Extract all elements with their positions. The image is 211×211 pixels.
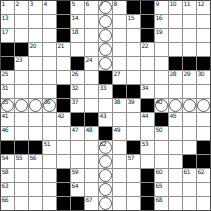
cell-r12c1[interactable]: 54 [1, 155, 14, 168]
clue-number: 17 [2, 29, 9, 35]
clue-number: 33 [100, 85, 107, 91]
cell-r3c15[interactable] [197, 29, 210, 42]
circle-marker [99, 183, 112, 196]
cell-r1c9[interactable]: 8 [113, 1, 126, 14]
cell-r7c6[interactable]: 32 [71, 85, 84, 98]
cell-r10c14[interactable] [183, 127, 196, 140]
cell-r2c2[interactable] [15, 15, 28, 28]
cell-r4c4[interactable] [43, 43, 56, 56]
cell-r10c15[interactable] [197, 127, 210, 140]
cell-r4c1 [1, 43, 14, 56]
clue-number: 4 [44, 1, 47, 7]
cell-r9c5[interactable]: 42 [57, 113, 70, 126]
cell-r2c12[interactable]: 16 [155, 15, 168, 28]
cell-r5c8[interactable] [99, 57, 112, 70]
cell-r11c14[interactable] [183, 141, 196, 154]
cell-r2c9[interactable] [113, 15, 126, 28]
cell-r4c5[interactable]: 21 [57, 43, 70, 56]
cell-r11c11[interactable]: 53 [141, 141, 154, 154]
cell-r15c11 [141, 197, 154, 210]
cell-r13c4[interactable] [43, 169, 56, 182]
clue-number: 20 [30, 43, 37, 49]
cell-r13c1[interactable]: 58 [1, 169, 14, 182]
cell-r15c15[interactable] [197, 197, 210, 210]
cell-r10c8 [99, 127, 112, 140]
cell-r9c9[interactable] [113, 113, 126, 126]
cell-r1c13[interactable]: 10 [169, 1, 182, 14]
cell-r2c8[interactable] [99, 15, 112, 28]
clue-number: 13 [2, 15, 9, 21]
clue-number: 50 [156, 127, 163, 133]
cell-r2c3[interactable] [29, 15, 42, 28]
cell-r12c14 [183, 155, 196, 168]
cell-r12c9[interactable] [113, 155, 126, 168]
cell-r6c11[interactable] [141, 71, 154, 84]
cell-r14c6[interactable]: 64 [71, 183, 84, 196]
cell-r5c6 [71, 57, 84, 70]
cell-r9c8[interactable]: 43 [99, 113, 112, 126]
cell-r11c1 [1, 141, 14, 154]
cell-r6c13[interactable]: 28 [169, 71, 182, 84]
circle-marker [183, 99, 196, 112]
clue-number: 58 [2, 169, 9, 175]
cell-r11c7[interactable] [85, 141, 98, 154]
cell-r6c10[interactable] [127, 71, 140, 84]
cell-r2c4[interactable] [43, 15, 56, 28]
clue-number: 63 [2, 183, 9, 189]
cell-r5c4[interactable] [43, 57, 56, 70]
cell-r9c11[interactable]: 44 [141, 113, 154, 126]
cell-r5c12[interactable] [155, 57, 168, 70]
cell-r9c14[interactable] [183, 113, 196, 126]
cell-r8c5 [57, 99, 70, 112]
cell-r8c8[interactable] [99, 99, 112, 112]
cell-r1c8[interactable]: 7 [99, 1, 112, 14]
cell-r6c1[interactable]: 25 [1, 71, 14, 84]
cell-r13c10[interactable] [127, 169, 140, 182]
clue-number: 48 [86, 127, 93, 133]
clue-number: 51 [44, 141, 51, 147]
cell-r9c3[interactable] [29, 113, 42, 126]
cell-r14c5 [57, 183, 70, 196]
clue-number: 68 [156, 197, 163, 203]
cell-r8c12[interactable]: 40 [155, 99, 168, 112]
circle-marker [29, 99, 42, 112]
cell-r11c3 [29, 141, 42, 154]
cell-r14c13[interactable] [169, 183, 182, 196]
cell-r13c7[interactable] [85, 169, 98, 182]
cell-r10c11[interactable] [141, 127, 154, 140]
cell-r5c14 [183, 57, 196, 70]
clue-number: 53 [142, 141, 149, 147]
cell-r6c7[interactable] [85, 71, 98, 84]
cell-r1c2[interactable]: 2 [15, 1, 28, 14]
cell-r4c8[interactable] [99, 43, 112, 56]
clue-number: 31 [2, 85, 9, 91]
cell-r7c9 [113, 85, 126, 98]
cell-r4c2 [15, 43, 28, 56]
cell-r10c2[interactable] [15, 127, 28, 140]
cell-r7c2[interactable] [15, 85, 28, 98]
crossword-grid: 1234567891011121314151617181920212223242… [0, 0, 211, 211]
cell-r9c2[interactable] [15, 113, 28, 126]
cell-r9c4[interactable] [43, 113, 56, 126]
circle-marker [99, 197, 112, 210]
cell-r6c4[interactable] [43, 71, 56, 84]
cell-r1c6[interactable]: 5 [71, 1, 84, 14]
clue-number: 60 [156, 169, 163, 175]
cell-r5c3[interactable] [29, 57, 42, 70]
circle-marker [15, 99, 28, 112]
cell-r9c13[interactable]: 45 [169, 113, 182, 126]
cell-r15c6 [71, 197, 84, 210]
cell-r10c7[interactable]: 48 [85, 127, 98, 140]
clue-number: 28 [170, 71, 177, 77]
clue-number: 21 [58, 43, 65, 49]
cell-r11c15 [197, 141, 210, 154]
clue-number: 41 [2, 113, 9, 119]
cell-r10c4[interactable] [43, 127, 56, 140]
circle-marker [1, 99, 14, 112]
circle-marker [99, 15, 112, 28]
cell-r7c14[interactable] [183, 85, 196, 98]
clue-number: 24 [86, 57, 93, 63]
clue-number: 47 [72, 127, 79, 133]
cell-r4c14[interactable] [183, 43, 196, 56]
clue-number: 23 [16, 57, 23, 63]
cell-r3c9[interactable] [113, 29, 126, 42]
crossword-puzzle: 1234567891011121314151617181920212223242… [0, 0, 211, 211]
cell-r13c14[interactable]: 61 [183, 169, 196, 182]
cell-r7c3[interactable] [29, 85, 42, 98]
cell-r4c11[interactable]: 22 [141, 43, 154, 56]
clue-number: 62 [198, 169, 205, 175]
cell-r2c11 [141, 15, 154, 28]
circle-marker [99, 169, 112, 182]
cell-r2c5 [57, 15, 70, 28]
cell-r3c10[interactable] [127, 29, 140, 42]
cell-r5c9[interactable] [113, 57, 126, 70]
cell-r5c10[interactable] [127, 57, 140, 70]
cell-r2c1[interactable]: 13 [1, 15, 14, 28]
cell-r11c4[interactable]: 51 [43, 141, 56, 154]
cell-r15c14[interactable] [183, 197, 196, 210]
cell-r13c8[interactable] [99, 169, 112, 182]
cell-r5c15 [197, 57, 210, 70]
clue-number: 61 [184, 169, 191, 175]
cell-r15c8[interactable] [99, 197, 112, 210]
cell-r9c6 [71, 113, 84, 126]
cell-r4c10[interactable] [127, 43, 140, 56]
cell-r3c1[interactable]: 17 [1, 29, 14, 42]
clue-number: 64 [72, 183, 79, 189]
cell-r6c5[interactable] [57, 71, 70, 84]
clue-number: 19 [156, 29, 163, 35]
cell-r6c15[interactable]: 30 [197, 71, 210, 84]
clue-number: 5 [72, 1, 75, 7]
cell-r7c10 [127, 85, 140, 98]
clue-number: 25 [2, 71, 9, 77]
cell-r2c13[interactable] [169, 15, 182, 28]
cell-r15c10[interactable] [127, 197, 140, 210]
clue-number: 46 [2, 127, 9, 133]
clue-number: 49 [114, 127, 121, 133]
cell-r11c8[interactable]: 52 [99, 141, 112, 154]
cell-r13c13[interactable] [169, 169, 182, 182]
clue-number: 65 [156, 183, 163, 189]
cell-r3c12[interactable]: 19 [155, 29, 168, 42]
cell-r9c15[interactable] [197, 113, 210, 126]
cell-r12c8[interactable] [99, 155, 112, 168]
cell-r14c8[interactable] [99, 183, 112, 196]
clue-number: 1 [2, 1, 5, 7]
cell-r15c9[interactable] [113, 197, 126, 210]
cell-r1c4[interactable]: 4 [43, 1, 56, 14]
cell-r11c6[interactable] [71, 141, 84, 154]
cell-r13c9[interactable] [113, 169, 126, 182]
cell-r14c1[interactable]: 63 [1, 183, 14, 196]
cell-r8c1[interactable]: 35 [1, 99, 14, 112]
cell-r4c13[interactable] [169, 43, 182, 56]
circle-marker [99, 43, 112, 56]
cell-r14c4[interactable] [43, 183, 56, 196]
clue-number: 8 [114, 1, 117, 7]
cell-r13c15[interactable]: 62 [197, 169, 210, 182]
cell-r12c7[interactable] [85, 155, 98, 168]
clue-number: 37 [72, 99, 79, 105]
cell-r7c11[interactable]: 34 [141, 85, 154, 98]
cell-r7c4[interactable] [43, 85, 56, 98]
clue-number: 57 [128, 155, 135, 161]
clue-number: 27 [114, 71, 121, 77]
cell-r2c6[interactable]: 14 [71, 15, 84, 28]
clue-number: 9 [156, 1, 159, 7]
cell-r1c7[interactable]: 6 [85, 1, 98, 14]
cell-r4c6[interactable] [71, 43, 84, 56]
cell-r9c1[interactable]: 41 [1, 113, 14, 126]
clue-number: 15 [128, 15, 135, 21]
cell-r9c10[interactable] [127, 113, 140, 126]
cell-r11c12[interactable] [155, 141, 168, 154]
cell-r1c10 [127, 1, 140, 14]
cell-r3c13[interactable] [169, 29, 182, 42]
cell-r3c2[interactable] [15, 29, 28, 42]
cell-r8c14[interactable] [183, 99, 196, 112]
cell-r10c3[interactable] [29, 127, 42, 140]
cell-r8c10[interactable]: 39 [127, 99, 140, 112]
cell-r12c12[interactable] [155, 155, 168, 168]
cell-r8c13[interactable] [169, 99, 182, 112]
cell-r8c6[interactable]: 37 [71, 99, 84, 112]
clue-number: 55 [16, 155, 23, 161]
cell-r5c2[interactable]: 23 [15, 57, 28, 70]
circle-marker [99, 1, 112, 14]
clue-number: 59 [72, 169, 79, 175]
clue-number: 66 [2, 197, 9, 203]
cell-r13c11 [141, 169, 154, 182]
cell-r1c12[interactable]: 9 [155, 1, 168, 14]
clue-number: 12 [198, 1, 205, 7]
cell-r2c7[interactable] [85, 15, 98, 28]
cell-r2c14[interactable] [183, 15, 196, 28]
cell-r10c10[interactable] [127, 127, 140, 140]
cell-r6c3[interactable] [29, 71, 42, 84]
cell-r3c7[interactable] [85, 29, 98, 42]
cell-r1c1[interactable]: 1 [1, 1, 14, 14]
cell-r12c10[interactable]: 57 [127, 155, 140, 168]
cell-r4c3[interactable]: 20 [29, 43, 42, 56]
cell-r13c6[interactable]: 59 [71, 169, 84, 182]
clue-number: 26 [72, 71, 79, 77]
cell-r14c7[interactable] [85, 183, 98, 196]
cell-r10c9[interactable]: 49 [113, 127, 126, 140]
clue-number: 44 [142, 113, 149, 119]
cell-r1c15[interactable]: 12 [197, 1, 210, 14]
cell-r8c11 [141, 99, 154, 112]
cell-r14c2[interactable] [15, 183, 28, 196]
cell-r5c11[interactable] [141, 57, 154, 70]
cell-r13c5 [57, 169, 70, 182]
circle-marker [155, 99, 168, 112]
cell-r6c6[interactable]: 26 [71, 71, 84, 84]
cell-r14c11 [141, 183, 154, 196]
cell-r6c12[interactable] [155, 71, 168, 84]
cell-r1c3[interactable]: 3 [29, 1, 42, 14]
cell-r9c12 [155, 113, 168, 126]
cell-r12c15 [197, 155, 210, 168]
cell-r3c4[interactable] [43, 29, 56, 42]
clue-number: 6 [86, 1, 89, 7]
clue-number: 11 [184, 1, 191, 7]
cell-r9c7 [85, 113, 98, 126]
cell-r8c7[interactable] [85, 99, 98, 112]
cell-r14c9[interactable] [113, 183, 126, 196]
cell-r14c3[interactable] [29, 183, 42, 196]
cell-r14c10[interactable] [127, 183, 140, 196]
cell-r13c12[interactable]: 60 [155, 169, 168, 182]
cell-r2c15[interactable] [197, 15, 210, 28]
cell-r5c7[interactable]: 24 [85, 57, 98, 70]
cell-r7c7[interactable] [85, 85, 98, 98]
cell-r5c1 [1, 57, 14, 70]
clue-number: 3 [30, 1, 33, 7]
cell-r3c3[interactable] [29, 29, 42, 42]
cell-r10c12[interactable]: 50 [155, 127, 168, 140]
clue-number: 30 [198, 71, 205, 77]
cell-r15c13[interactable] [169, 197, 182, 210]
cell-r8c9[interactable]: 38 [113, 99, 126, 112]
cell-r6c14[interactable]: 29 [183, 71, 196, 84]
cell-r12c13[interactable] [169, 155, 182, 168]
clue-number: 18 [72, 29, 79, 35]
cell-r7c15[interactable] [197, 85, 210, 98]
clue-number: 67 [86, 197, 93, 203]
cell-r4c7[interactable] [85, 43, 98, 56]
clue-number: 16 [156, 15, 163, 21]
clue-number: 54 [2, 155, 9, 161]
cell-r10c6[interactable]: 47 [71, 127, 84, 140]
cell-r11c9[interactable] [113, 141, 126, 154]
cell-r3c6[interactable]: 18 [71, 29, 84, 42]
cell-r10c13[interactable] [169, 127, 182, 140]
cell-r8c15[interactable] [197, 99, 210, 112]
cell-r7c12[interactable] [155, 85, 168, 98]
cell-r12c6[interactable] [71, 155, 84, 168]
cell-r7c1[interactable]: 31 [1, 85, 14, 98]
cell-r15c1[interactable]: 66 [1, 197, 14, 210]
cell-r6c8 [99, 71, 112, 84]
circle-marker [197, 99, 210, 112]
cell-r12c5[interactable] [57, 155, 70, 168]
circle-marker [99, 29, 112, 42]
cell-r2c10[interactable]: 15 [127, 15, 140, 28]
cell-r12c4[interactable] [43, 155, 56, 168]
cell-r11c13[interactable] [169, 141, 182, 154]
cell-r4c15[interactable] [197, 43, 210, 56]
cell-r5c5[interactable] [57, 57, 70, 70]
clue-number: 39 [128, 99, 135, 105]
clue-number: 56 [30, 155, 37, 161]
clue-number: 38 [114, 99, 121, 105]
cell-r15c12[interactable]: 68 [155, 197, 168, 210]
cell-r1c5 [57, 1, 70, 14]
circle-marker [99, 57, 112, 70]
clue-number: 29 [184, 71, 191, 77]
cell-r11c5[interactable] [57, 141, 70, 154]
cell-r1c14[interactable]: 11 [183, 1, 196, 14]
cell-r3c8[interactable] [99, 29, 112, 42]
clue-number: 42 [58, 113, 65, 119]
cell-r8c3[interactable] [29, 99, 42, 112]
cell-r7c8[interactable]: 33 [99, 85, 112, 98]
cell-r4c9[interactable] [113, 43, 126, 56]
circle-marker [99, 141, 112, 154]
cell-r15c3[interactable] [29, 197, 42, 210]
circle-marker [169, 99, 182, 112]
clue-number: 10 [170, 1, 177, 7]
clue-number: 22 [142, 43, 149, 49]
cell-r3c5 [57, 29, 70, 42]
cell-r14c12[interactable]: 65 [155, 183, 168, 196]
cell-r15c5 [57, 197, 70, 210]
cell-r5c13 [169, 57, 182, 70]
cell-r15c7[interactable]: 67 [85, 197, 98, 210]
cell-r4c12[interactable] [155, 43, 168, 56]
clue-number: 34 [142, 85, 149, 91]
cell-r6c9[interactable]: 27 [113, 71, 126, 84]
cell-r12c2[interactable]: 55 [15, 155, 28, 168]
cell-r14c15[interactable] [197, 183, 210, 196]
cell-r15c4[interactable] [43, 197, 56, 210]
cell-r7c5 [57, 85, 70, 98]
cell-r13c3[interactable] [29, 169, 42, 182]
clue-number: 2 [16, 1, 19, 7]
cell-r10c5[interactable] [57, 127, 70, 140]
cell-r14c14[interactable] [183, 183, 196, 196]
cell-r13c2[interactable] [15, 169, 28, 182]
cell-r12c11[interactable] [141, 155, 154, 168]
cell-r6c2[interactable] [15, 71, 28, 84]
cell-r8c4[interactable]: 36 [43, 99, 56, 112]
cell-r8c2[interactable] [15, 99, 28, 112]
cell-r10c1[interactable]: 46 [1, 127, 14, 140]
cell-r7c13[interactable] [169, 85, 182, 98]
clue-number: 43 [100, 113, 107, 119]
clue-number: 45 [170, 113, 177, 119]
cell-r3c14[interactable] [183, 29, 196, 42]
cell-r12c3[interactable]: 56 [29, 155, 42, 168]
cell-r15c2[interactable] [15, 197, 28, 210]
